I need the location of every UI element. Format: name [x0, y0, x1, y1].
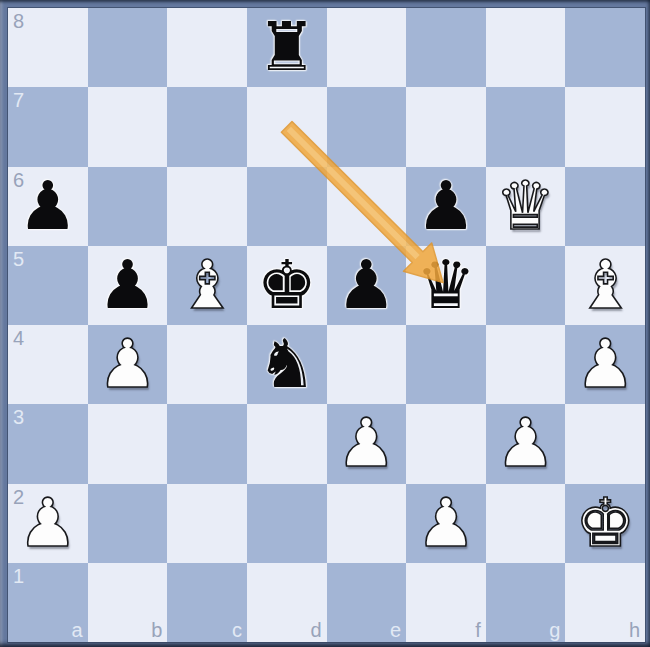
- white-pawn-piece[interactable]: ♟: [416, 490, 476, 557]
- black-pawn-piece[interactable]: ♟: [97, 252, 157, 319]
- square-f8[interactable]: [406, 8, 486, 87]
- square-f5[interactable]: ♛: [406, 246, 486, 325]
- square-b7[interactable]: [88, 87, 168, 166]
- file-label-f: f: [475, 620, 481, 640]
- chess-app: 8♜7♟6♟♛5♟♝♚♟♛♝4♟♞♟3♟♟♟2♟♚1abcdefgh: [0, 0, 650, 647]
- square-a6[interactable]: ♟6: [8, 167, 88, 246]
- file-label-g: g: [549, 620, 560, 640]
- square-g1[interactable]: g: [486, 563, 566, 642]
- square-e6[interactable]: [327, 167, 407, 246]
- square-h5[interactable]: ♝: [565, 246, 645, 325]
- file-label-d: d: [310, 620, 321, 640]
- square-e7[interactable]: [327, 87, 407, 166]
- chess-board: 8♜7♟6♟♛5♟♝♚♟♛♝4♟♞♟3♟♟♟2♟♚1abcdefgh: [8, 8, 645, 642]
- square-c2[interactable]: [167, 484, 247, 563]
- square-c5[interactable]: ♝: [167, 246, 247, 325]
- square-b5[interactable]: ♟: [88, 246, 168, 325]
- square-a3[interactable]: 3: [8, 404, 88, 483]
- rank-label-4: 4: [13, 328, 24, 348]
- square-d1[interactable]: d: [247, 563, 327, 642]
- square-a2[interactable]: ♟2: [8, 484, 88, 563]
- square-d3[interactable]: [247, 404, 327, 483]
- square-c1[interactable]: c: [167, 563, 247, 642]
- square-f7[interactable]: [406, 87, 486, 166]
- black-queen-piece[interactable]: ♛: [416, 252, 476, 319]
- file-label-c: c: [232, 620, 242, 640]
- black-rook-piece[interactable]: ♜: [257, 14, 317, 81]
- rank-label-5: 5: [13, 249, 24, 269]
- white-pawn-piece[interactable]: ♟: [496, 410, 556, 477]
- square-f6[interactable]: ♟: [406, 167, 486, 246]
- file-label-a: a: [72, 620, 83, 640]
- square-f4[interactable]: [406, 325, 486, 404]
- square-g6[interactable]: ♛: [486, 167, 566, 246]
- square-b3[interactable]: [88, 404, 168, 483]
- square-a7[interactable]: 7: [8, 87, 88, 166]
- black-king-piece[interactable]: ♚: [257, 252, 317, 319]
- square-g5[interactable]: [486, 246, 566, 325]
- file-label-b: b: [151, 620, 162, 640]
- square-e3[interactable]: ♟: [327, 404, 407, 483]
- square-f2[interactable]: ♟: [406, 484, 486, 563]
- black-pawn-piece[interactable]: ♟: [336, 252, 396, 319]
- square-d8[interactable]: ♜: [247, 8, 327, 87]
- black-pawn-piece[interactable]: ♟: [416, 173, 476, 240]
- square-h1[interactable]: h: [565, 563, 645, 642]
- white-pawn-piece[interactable]: ♟: [18, 490, 78, 557]
- square-c8[interactable]: [167, 8, 247, 87]
- square-d7[interactable]: [247, 87, 327, 166]
- rank-label-8: 8: [13, 11, 24, 31]
- square-h7[interactable]: [565, 87, 645, 166]
- square-a4[interactable]: 4: [8, 325, 88, 404]
- white-pawn-piece[interactable]: ♟: [336, 410, 396, 477]
- file-label-e: e: [390, 620, 401, 640]
- square-e2[interactable]: [327, 484, 407, 563]
- white-pawn-piece[interactable]: ♟: [97, 331, 157, 398]
- black-knight-piece[interactable]: ♞: [257, 331, 317, 398]
- rank-label-3: 3: [13, 407, 24, 427]
- square-h8[interactable]: [565, 8, 645, 87]
- square-e1[interactable]: e: [327, 563, 407, 642]
- white-king-piece[interactable]: ♚: [575, 490, 635, 557]
- white-pawn-piece[interactable]: ♟: [575, 331, 635, 398]
- square-c6[interactable]: [167, 167, 247, 246]
- square-e5[interactable]: ♟: [327, 246, 407, 325]
- rank-label-6: 6: [13, 170, 24, 190]
- file-label-h: h: [629, 620, 640, 640]
- square-h3[interactable]: [565, 404, 645, 483]
- square-e8[interactable]: [327, 8, 407, 87]
- square-g8[interactable]: [486, 8, 566, 87]
- black-pawn-piece[interactable]: ♟: [18, 173, 78, 240]
- square-g4[interactable]: [486, 325, 566, 404]
- square-h6[interactable]: [565, 167, 645, 246]
- square-a8[interactable]: 8: [8, 8, 88, 87]
- square-d5[interactable]: ♚: [247, 246, 327, 325]
- square-g3[interactable]: ♟: [486, 404, 566, 483]
- rank-label-2: 2: [13, 487, 24, 507]
- square-g7[interactable]: [486, 87, 566, 166]
- white-bishop-piece[interactable]: ♝: [177, 252, 237, 319]
- white-queen-piece[interactable]: ♛: [496, 173, 556, 240]
- square-b6[interactable]: [88, 167, 168, 246]
- square-c7[interactable]: [167, 87, 247, 166]
- square-c4[interactable]: [167, 325, 247, 404]
- square-g2[interactable]: [486, 484, 566, 563]
- rank-label-1: 1: [13, 566, 24, 586]
- square-b8[interactable]: [88, 8, 168, 87]
- square-e4[interactable]: [327, 325, 407, 404]
- square-f1[interactable]: f: [406, 563, 486, 642]
- board-frame: 8♜7♟6♟♛5♟♝♚♟♛♝4♟♞♟3♟♟♟2♟♚1abcdefgh: [0, 0, 650, 647]
- square-a1[interactable]: 1a: [8, 563, 88, 642]
- square-h4[interactable]: ♟: [565, 325, 645, 404]
- white-bishop-piece[interactable]: ♝: [575, 252, 635, 319]
- square-d2[interactable]: [247, 484, 327, 563]
- square-b4[interactable]: ♟: [88, 325, 168, 404]
- square-f3[interactable]: [406, 404, 486, 483]
- square-b2[interactable]: [88, 484, 168, 563]
- rank-label-7: 7: [13, 90, 24, 110]
- square-a5[interactable]: 5: [8, 246, 88, 325]
- square-b1[interactable]: b: [88, 563, 168, 642]
- square-h2[interactable]: ♚: [565, 484, 645, 563]
- square-d4[interactable]: ♞: [247, 325, 327, 404]
- square-c3[interactable]: [167, 404, 247, 483]
- square-d6[interactable]: [247, 167, 327, 246]
